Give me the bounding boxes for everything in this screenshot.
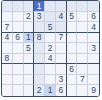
sudoku-cell-r9c8[interactable]: [77, 85, 88, 96]
sudoku-cell-r8c1[interactable]: [2, 75, 13, 86]
sudoku-cell-r6c3[interactable]: [24, 54, 35, 65]
sudoku-cell-r1c3[interactable]: [24, 1, 35, 12]
sudoku-cell-r5c2[interactable]: [13, 43, 24, 54]
sudoku-cell-r2c2[interactable]: [13, 12, 24, 23]
sudoku-board: 12345675446187523846372169: [1, 0, 100, 97]
sudoku-cell-r6c1[interactable]: 8: [2, 54, 13, 65]
sudoku-cell-r8c2[interactable]: [13, 75, 24, 86]
sudoku-cell-r1c2[interactable]: [13, 1, 24, 12]
sudoku-cell-r2c5[interactable]: [45, 12, 56, 23]
sudoku-cell-r6c6[interactable]: [56, 54, 67, 65]
sudoku-cell-r2c8[interactable]: [77, 12, 88, 23]
sudoku-cell-r3c3[interactable]: [24, 22, 35, 33]
sudoku-cell-r9c6[interactable]: 6: [56, 85, 67, 96]
sudoku-cell-r7c9[interactable]: [88, 64, 99, 75]
sudoku-cell-r8c8[interactable]: 7: [77, 75, 88, 86]
sudoku-cell-r7c7[interactable]: 6: [67, 64, 78, 75]
sudoku-cell-r1c5[interactable]: [45, 1, 56, 12]
sudoku-cell-r4c9[interactable]: [88, 33, 99, 44]
sudoku-cell-r6c7[interactable]: [67, 54, 78, 65]
sudoku-cell-r3c5[interactable]: 5: [45, 22, 56, 33]
sudoku-cell-r5c5[interactable]: 2: [45, 43, 56, 54]
sudoku-cell-r2c9[interactable]: 6: [88, 12, 99, 23]
sudoku-cell-r1c1[interactable]: [2, 1, 13, 12]
sudoku-cell-r4c7[interactable]: [67, 33, 78, 44]
sudoku-cell-r9c2[interactable]: [13, 85, 24, 96]
sudoku-cell-r2c4[interactable]: 3: [34, 12, 45, 23]
sudoku-cell-r8c6[interactable]: 3: [56, 75, 67, 86]
sudoku-cell-r2c1[interactable]: [2, 12, 13, 23]
sudoku-cell-r8c4[interactable]: [34, 75, 45, 86]
sudoku-cell-r8c7[interactable]: [67, 75, 78, 86]
sudoku-cell-r5c1[interactable]: [2, 43, 13, 54]
sudoku-cell-r9c5[interactable]: 1: [45, 85, 56, 96]
sudoku-cell-r9c4[interactable]: 2: [34, 85, 45, 96]
sudoku-cell-r6c4[interactable]: [34, 54, 45, 65]
sudoku-cell-r7c6[interactable]: [56, 64, 67, 75]
sudoku-cell-r4c4[interactable]: 8: [34, 33, 45, 44]
sudoku-cell-r9c3[interactable]: [24, 85, 35, 96]
sudoku-cell-r5c3[interactable]: 5: [24, 43, 35, 54]
sudoku-cell-r7c1[interactable]: [2, 64, 13, 75]
sudoku-app: 12345675446187523846372169: [0, 0, 102, 100]
sudoku-cell-r2c3[interactable]: 2: [24, 12, 35, 23]
sudoku-cell-r3c1[interactable]: 7: [2, 22, 13, 33]
sudoku-cell-r7c5[interactable]: [45, 64, 56, 75]
sudoku-cell-r6c5[interactable]: 4: [45, 54, 56, 65]
sudoku-cell-r3c8[interactable]: [77, 22, 88, 33]
sudoku-cell-r3c4[interactable]: [34, 22, 45, 33]
sudoku-cell-r2c6[interactable]: 4: [56, 12, 67, 23]
sudoku-cell-r3c9[interactable]: 4: [88, 22, 99, 33]
sudoku-cell-r7c3[interactable]: [24, 64, 35, 75]
sudoku-cell-r1c9[interactable]: [88, 1, 99, 12]
sudoku-cell-r4c2[interactable]: 6: [13, 33, 24, 44]
sudoku-cell-r9c1[interactable]: [2, 85, 13, 96]
sudoku-cell-r4c3[interactable]: 1: [24, 33, 35, 44]
sudoku-cell-r1c8[interactable]: [77, 1, 88, 12]
sudoku-cell-r4c5[interactable]: [45, 33, 56, 44]
sudoku-cell-r1c4[interactable]: 1: [34, 1, 45, 12]
sudoku-cell-r4c8[interactable]: [77, 33, 88, 44]
sudoku-cell-r2c7[interactable]: 5: [67, 12, 78, 23]
sudoku-cell-r9c7[interactable]: [67, 85, 78, 96]
sudoku-cell-r5c6[interactable]: [56, 43, 67, 54]
sudoku-cell-r5c4[interactable]: [34, 43, 45, 54]
sudoku-cell-r7c4[interactable]: [34, 64, 45, 75]
sudoku-cell-r4c6[interactable]: 7: [56, 33, 67, 44]
sudoku-cell-r7c8[interactable]: [77, 64, 88, 75]
sudoku-cell-r3c2[interactable]: [13, 22, 24, 33]
sudoku-cell-r5c8[interactable]: [77, 43, 88, 54]
sudoku-cell-r6c8[interactable]: [77, 54, 88, 65]
sudoku-cell-r5c7[interactable]: [67, 43, 78, 54]
sudoku-cell-r3c7[interactable]: [67, 22, 78, 33]
sudoku-cell-r7c2[interactable]: [13, 64, 24, 75]
sudoku-cell-r4c1[interactable]: 4: [2, 33, 13, 44]
sudoku-cell-r1c7[interactable]: [67, 1, 78, 12]
sudoku-cell-r3c6[interactable]: [56, 22, 67, 33]
sudoku-cell-r1c6[interactable]: [56, 1, 67, 12]
sudoku-cell-r9c9[interactable]: 9: [88, 85, 99, 96]
sudoku-cell-r5c9[interactable]: 3: [88, 43, 99, 54]
sudoku-cell-r8c9[interactable]: [88, 75, 99, 86]
sudoku-cell-r8c5[interactable]: [45, 75, 56, 86]
sudoku-cell-r8c3[interactable]: [24, 75, 35, 86]
sudoku-cell-r6c2[interactable]: [13, 54, 24, 65]
sudoku-cell-r6c9[interactable]: [88, 54, 99, 65]
